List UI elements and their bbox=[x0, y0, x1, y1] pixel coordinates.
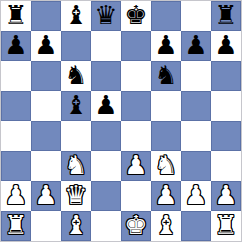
square-a8[interactable]: ♜ bbox=[1, 1, 31, 31]
square-d6[interactable] bbox=[91, 61, 121, 91]
square-g3[interactable] bbox=[181, 151, 211, 181]
piece-black-pawn: ♟ bbox=[94, 91, 117, 120]
square-a2[interactable]: ♟ bbox=[1, 181, 31, 211]
piece-white-pawn: ♟ bbox=[214, 181, 237, 210]
square-c4[interactable] bbox=[61, 121, 91, 151]
square-c5[interactable]: ♝ bbox=[61, 91, 91, 121]
piece-white-pawn: ♟ bbox=[184, 181, 207, 210]
piece-white-pawn: ♟ bbox=[34, 181, 57, 210]
square-c7[interactable] bbox=[61, 31, 91, 61]
piece-white-rook: ♜ bbox=[4, 211, 27, 240]
piece-white-queen: ♛ bbox=[64, 181, 87, 210]
piece-white-bishop: ♝ bbox=[64, 211, 87, 240]
square-b7[interactable]: ♟ bbox=[31, 31, 61, 61]
square-f5[interactable] bbox=[151, 91, 181, 121]
square-a4[interactable] bbox=[1, 121, 31, 151]
square-f6[interactable]: ♞ bbox=[151, 61, 181, 91]
piece-black-bishop: ♝ bbox=[64, 1, 87, 30]
square-h3[interactable] bbox=[211, 151, 241, 181]
square-h6[interactable] bbox=[211, 61, 241, 91]
square-c2[interactable]: ♛ bbox=[61, 181, 91, 211]
piece-black-queen: ♛ bbox=[94, 1, 117, 30]
square-a7[interactable]: ♟ bbox=[1, 31, 31, 61]
square-d2[interactable] bbox=[91, 181, 121, 211]
piece-black-pawn: ♟ bbox=[214, 31, 237, 60]
square-c8[interactable]: ♝ bbox=[61, 1, 91, 31]
square-d5[interactable]: ♟ bbox=[91, 91, 121, 121]
piece-white-king: ♚ bbox=[124, 211, 147, 240]
square-b1[interactable] bbox=[31, 211, 61, 241]
square-e7[interactable] bbox=[121, 31, 151, 61]
square-h4[interactable] bbox=[211, 121, 241, 151]
square-c1[interactable]: ♝ bbox=[61, 211, 91, 241]
square-e3[interactable]: ♟ bbox=[121, 151, 151, 181]
square-h5[interactable] bbox=[211, 91, 241, 121]
square-h1[interactable]: ♜ bbox=[211, 211, 241, 241]
square-g6[interactable] bbox=[181, 61, 211, 91]
piece-black-knight: ♞ bbox=[154, 61, 177, 90]
piece-white-rook: ♜ bbox=[214, 211, 237, 240]
piece-white-pawn: ♟ bbox=[124, 151, 147, 180]
square-e1[interactable]: ♚ bbox=[121, 211, 151, 241]
chess-board-grid: ♜♝♛♚♜♟♟♟♟♟♞♞♝♟♞♟♞♟♟♛♟♟♟♜♝♚♝♜ bbox=[1, 1, 241, 241]
piece-black-pawn: ♟ bbox=[184, 31, 207, 60]
square-a1[interactable]: ♜ bbox=[1, 211, 31, 241]
square-e4[interactable] bbox=[121, 121, 151, 151]
square-e6[interactable] bbox=[121, 61, 151, 91]
square-f1[interactable]: ♝ bbox=[151, 211, 181, 241]
square-g1[interactable] bbox=[181, 211, 211, 241]
piece-white-knight: ♞ bbox=[64, 151, 87, 180]
piece-black-pawn: ♟ bbox=[154, 31, 177, 60]
square-h2[interactable]: ♟ bbox=[211, 181, 241, 211]
square-e8[interactable]: ♚ bbox=[121, 1, 151, 31]
square-f2[interactable]: ♟ bbox=[151, 181, 181, 211]
piece-white-pawn: ♟ bbox=[4, 181, 27, 210]
square-g4[interactable] bbox=[181, 121, 211, 151]
square-f4[interactable] bbox=[151, 121, 181, 151]
square-h8[interactable]: ♜ bbox=[211, 1, 241, 31]
square-b5[interactable] bbox=[31, 91, 61, 121]
square-c6[interactable]: ♞ bbox=[61, 61, 91, 91]
square-b6[interactable] bbox=[31, 61, 61, 91]
square-g8[interactable] bbox=[181, 1, 211, 31]
square-b8[interactable] bbox=[31, 1, 61, 31]
square-g2[interactable]: ♟ bbox=[181, 181, 211, 211]
square-d7[interactable] bbox=[91, 31, 121, 61]
square-d1[interactable] bbox=[91, 211, 121, 241]
chess-board: ♜♝♛♚♜♟♟♟♟♟♞♞♝♟♞♟♞♟♟♛♟♟♟♜♝♚♝♜ bbox=[0, 0, 242, 242]
piece-white-bishop: ♝ bbox=[154, 211, 177, 240]
square-b4[interactable] bbox=[31, 121, 61, 151]
square-b3[interactable] bbox=[31, 151, 61, 181]
piece-black-pawn: ♟ bbox=[34, 31, 57, 60]
square-a6[interactable] bbox=[1, 61, 31, 91]
square-f7[interactable]: ♟ bbox=[151, 31, 181, 61]
piece-black-pawn: ♟ bbox=[4, 31, 27, 60]
square-e2[interactable] bbox=[121, 181, 151, 211]
square-f8[interactable] bbox=[151, 1, 181, 31]
piece-black-rook: ♜ bbox=[4, 1, 27, 30]
piece-black-rook: ♜ bbox=[214, 1, 237, 30]
piece-black-bishop: ♝ bbox=[64, 91, 87, 120]
piece-black-king: ♚ bbox=[124, 1, 147, 30]
square-c3[interactable]: ♞ bbox=[61, 151, 91, 181]
square-d3[interactable] bbox=[91, 151, 121, 181]
square-h7[interactable]: ♟ bbox=[211, 31, 241, 61]
square-b2[interactable]: ♟ bbox=[31, 181, 61, 211]
square-d4[interactable] bbox=[91, 121, 121, 151]
square-g5[interactable] bbox=[181, 91, 211, 121]
square-e5[interactable] bbox=[121, 91, 151, 121]
square-f3[interactable]: ♞ bbox=[151, 151, 181, 181]
square-g7[interactable]: ♟ bbox=[181, 31, 211, 61]
square-a3[interactable] bbox=[1, 151, 31, 181]
square-a5[interactable] bbox=[1, 91, 31, 121]
piece-white-pawn: ♟ bbox=[154, 181, 177, 210]
piece-white-knight: ♞ bbox=[154, 151, 177, 180]
piece-black-knight: ♞ bbox=[64, 61, 87, 90]
square-d8[interactable]: ♛ bbox=[91, 1, 121, 31]
